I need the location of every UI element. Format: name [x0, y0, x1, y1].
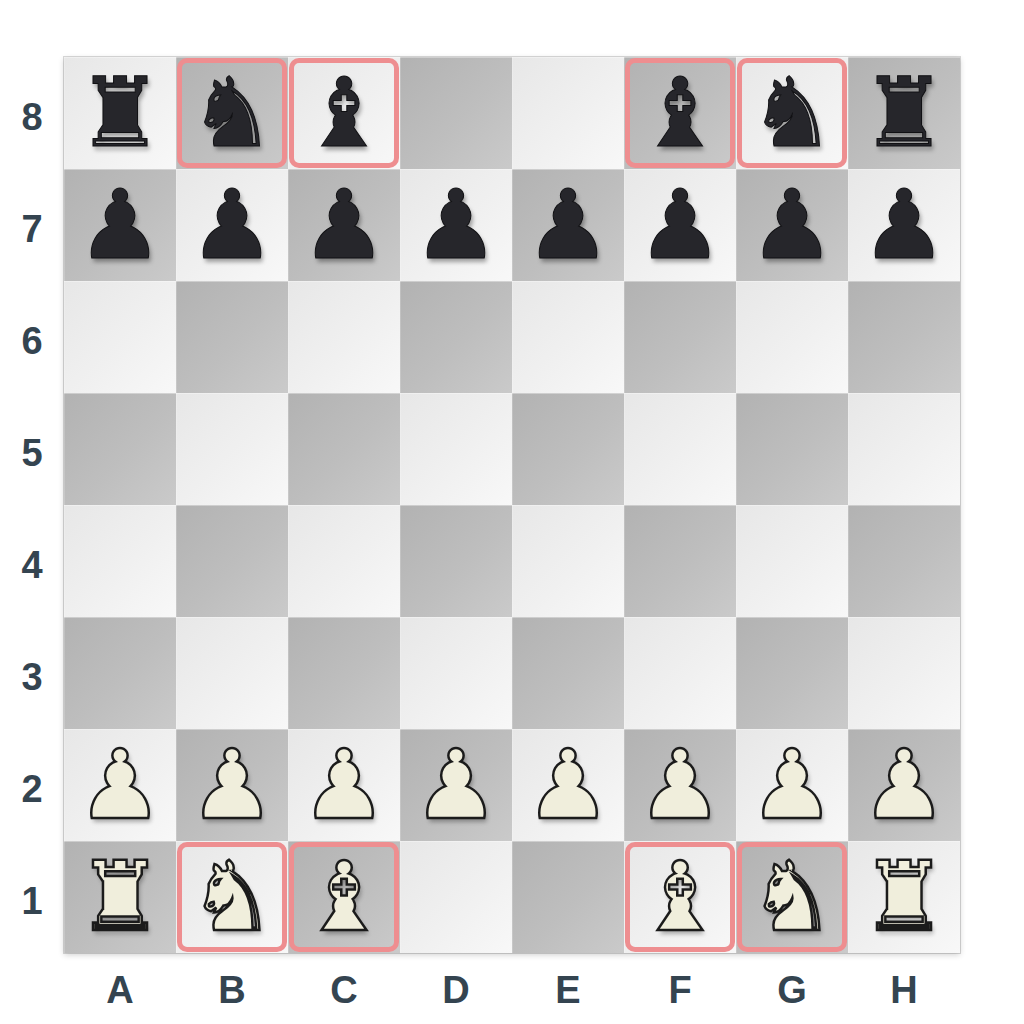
square-c6[interactable] [288, 281, 400, 393]
piece-black-pawn[interactable]: ♟ [301, 169, 387, 281]
piece-white-rook[interactable]: ♜ [861, 841, 947, 953]
square-g4[interactable] [736, 505, 848, 617]
square-c7[interactable]: ♟ [288, 169, 400, 281]
piece-black-knight[interactable]: ♞ [189, 57, 275, 169]
square-e7[interactable]: ♟ [512, 169, 624, 281]
square-b7[interactable]: ♟ [176, 169, 288, 281]
piece-black-pawn[interactable]: ♟ [413, 169, 499, 281]
file-label-c: C [288, 953, 400, 1017]
square-f3[interactable] [624, 617, 736, 729]
rank-label-1: 1 [0, 841, 64, 953]
piece-white-pawn[interactable]: ♟ [525, 729, 611, 841]
square-b2[interactable]: ♟ [176, 729, 288, 841]
piece-black-knight[interactable]: ♞ [749, 57, 835, 169]
rank-label-7: 7 [0, 169, 64, 281]
square-a2[interactable]: ♟ [64, 729, 176, 841]
rank-label-3: 3 [0, 617, 64, 729]
square-f6[interactable] [624, 281, 736, 393]
square-c5[interactable] [288, 393, 400, 505]
square-g1[interactable]: ♞ [736, 841, 848, 953]
square-b3[interactable] [176, 617, 288, 729]
square-a6[interactable] [64, 281, 176, 393]
square-h1[interactable]: ♜ [848, 841, 960, 953]
square-c2[interactable]: ♟ [288, 729, 400, 841]
square-a4[interactable] [64, 505, 176, 617]
chessboard: ♜♞♝♝♞♜♟♟♟♟♟♟♟♟♟♟♟♟♟♟♟♟♜♞♝♝♞♜ [64, 57, 960, 953]
piece-black-pawn[interactable]: ♟ [525, 169, 611, 281]
square-c3[interactable] [288, 617, 400, 729]
piece-black-pawn[interactable]: ♟ [637, 169, 723, 281]
square-f1[interactable]: ♝ [624, 841, 736, 953]
square-d6[interactable] [400, 281, 512, 393]
square-a1[interactable]: ♜ [64, 841, 176, 953]
file-labels: ABCDEFGH [64, 953, 960, 1017]
square-e3[interactable] [512, 617, 624, 729]
rank-label-5: 5 [0, 393, 64, 505]
piece-black-bishop[interactable]: ♝ [301, 57, 387, 169]
square-e2[interactable]: ♟ [512, 729, 624, 841]
square-f5[interactable] [624, 393, 736, 505]
square-d8[interactable] [400, 57, 512, 169]
square-b5[interactable] [176, 393, 288, 505]
piece-white-rook[interactable]: ♜ [77, 841, 163, 953]
piece-black-pawn[interactable]: ♟ [77, 169, 163, 281]
square-f8[interactable]: ♝ [624, 57, 736, 169]
piece-white-pawn[interactable]: ♟ [749, 729, 835, 841]
square-b6[interactable] [176, 281, 288, 393]
piece-white-pawn[interactable]: ♟ [77, 729, 163, 841]
file-label-d: D [400, 953, 512, 1017]
square-g3[interactable] [736, 617, 848, 729]
piece-white-pawn[interactable]: ♟ [301, 729, 387, 841]
square-c1[interactable]: ♝ [288, 841, 400, 953]
square-a7[interactable]: ♟ [64, 169, 176, 281]
square-c4[interactable] [288, 505, 400, 617]
piece-black-pawn[interactable]: ♟ [749, 169, 835, 281]
chess-app: 87654321 ♜♞♝♝♞♜♟♟♟♟♟♟♟♟♟♟♟♟♟♟♟♟♜♞♝♝♞♜ AB… [0, 0, 1024, 1024]
square-h2[interactable]: ♟ [848, 729, 960, 841]
square-a5[interactable] [64, 393, 176, 505]
square-g8[interactable]: ♞ [736, 57, 848, 169]
square-e1[interactable] [512, 841, 624, 953]
square-d4[interactable] [400, 505, 512, 617]
piece-white-pawn[interactable]: ♟ [637, 729, 723, 841]
square-e6[interactable] [512, 281, 624, 393]
piece-white-pawn[interactable]: ♟ [413, 729, 499, 841]
square-d5[interactable] [400, 393, 512, 505]
square-f4[interactable] [624, 505, 736, 617]
square-b1[interactable]: ♞ [176, 841, 288, 953]
piece-black-pawn[interactable]: ♟ [861, 169, 947, 281]
rank-labels: 87654321 [0, 57, 64, 953]
square-d1[interactable] [400, 841, 512, 953]
square-a8[interactable]: ♜ [64, 57, 176, 169]
piece-white-pawn[interactable]: ♟ [861, 729, 947, 841]
file-label-a: A [64, 953, 176, 1017]
square-d2[interactable]: ♟ [400, 729, 512, 841]
square-c8[interactable]: ♝ [288, 57, 400, 169]
square-b8[interactable]: ♞ [176, 57, 288, 169]
square-f2[interactable]: ♟ [624, 729, 736, 841]
square-f7[interactable]: ♟ [624, 169, 736, 281]
rank-label-2: 2 [0, 729, 64, 841]
square-a3[interactable] [64, 617, 176, 729]
square-e8[interactable] [512, 57, 624, 169]
file-label-g: G [736, 953, 848, 1017]
square-d3[interactable] [400, 617, 512, 729]
rank-label-4: 4 [0, 505, 64, 617]
square-g7[interactable]: ♟ [736, 169, 848, 281]
square-h8[interactable]: ♜ [848, 57, 960, 169]
square-e5[interactable] [512, 393, 624, 505]
piece-white-bishop[interactable]: ♝ [637, 841, 723, 953]
square-b4[interactable] [176, 505, 288, 617]
file-label-b: B [176, 953, 288, 1017]
square-h3[interactable] [848, 617, 960, 729]
square-h6[interactable] [848, 281, 960, 393]
square-g5[interactable] [736, 393, 848, 505]
piece-white-pawn[interactable]: ♟ [189, 729, 275, 841]
rank-label-6: 6 [0, 281, 64, 393]
square-h4[interactable] [848, 505, 960, 617]
file-label-h: H [848, 953, 960, 1017]
square-h5[interactable] [848, 393, 960, 505]
square-h7[interactable]: ♟ [848, 169, 960, 281]
piece-black-rook[interactable]: ♜ [861, 57, 947, 169]
square-e4[interactable] [512, 505, 624, 617]
file-label-e: E [512, 953, 624, 1017]
piece-white-knight[interactable]: ♞ [189, 841, 275, 953]
piece-white-bishop[interactable]: ♝ [301, 841, 387, 953]
square-d7[interactable]: ♟ [400, 169, 512, 281]
piece-black-rook[interactable]: ♜ [77, 57, 163, 169]
piece-black-bishop[interactable]: ♝ [637, 57, 723, 169]
square-g6[interactable] [736, 281, 848, 393]
file-label-f: F [624, 953, 736, 1017]
square-g2[interactable]: ♟ [736, 729, 848, 841]
piece-black-pawn[interactable]: ♟ [189, 169, 275, 281]
rank-label-8: 8 [0, 57, 64, 169]
piece-white-knight[interactable]: ♞ [749, 841, 835, 953]
